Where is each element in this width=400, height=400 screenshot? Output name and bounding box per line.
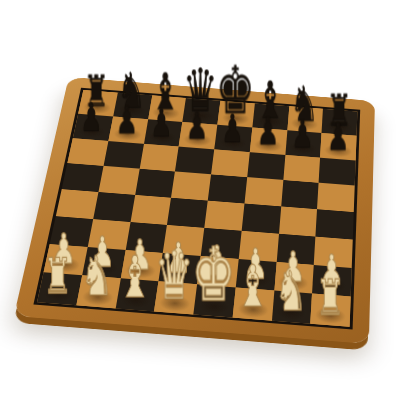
square-c6[interactable] [139, 144, 179, 172]
square-e6[interactable] [211, 149, 250, 177]
piece-black-pawn[interactable]: ♟ [80, 98, 103, 136]
square-a5[interactable] [62, 163, 104, 192]
square-c4[interactable] [130, 195, 171, 225]
square-a4[interactable] [56, 189, 98, 219]
square-f7[interactable]: ♟ [250, 127, 287, 154]
chess-set-photo: ♜♞♝♛♚♝♞♜♟♟♟♟♟♟♟♟♟♟♟♟♟♟♟♟♜♞♝♛♚♝♞♜ [0, 0, 400, 400]
piece-white-rook[interactable]: ♜ [43, 251, 72, 300]
square-e7[interactable]: ♟ [214, 125, 252, 152]
square-g4[interactable] [279, 206, 318, 236]
square-b5[interactable] [98, 166, 139, 195]
square-e5[interactable] [208, 174, 247, 203]
square-b6[interactable] [103, 141, 143, 169]
square-b1[interactable]: ♞ [76, 276, 120, 309]
square-g5[interactable] [281, 180, 319, 209]
piece-white-rook[interactable]: ♜ [316, 273, 345, 322]
square-h4[interactable] [316, 209, 354, 239]
piece-black-pawn[interactable]: ♟ [221, 109, 244, 147]
square-f6[interactable] [247, 152, 285, 180]
piece-white-knight[interactable]: ♞ [80, 248, 112, 303]
square-d4[interactable] [167, 198, 208, 228]
square-f4[interactable] [241, 203, 280, 233]
square-d6[interactable] [175, 146, 214, 174]
square-h7[interactable]: ♟ [320, 133, 356, 160]
piece-white-king[interactable]: ♚ [191, 237, 235, 312]
piece-white-bishop[interactable]: ♝ [235, 258, 269, 315]
square-h5[interactable] [317, 183, 354, 212]
piece-black-pawn[interactable]: ♟ [256, 112, 279, 150]
square-a6[interactable] [67, 138, 108, 166]
square-h1[interactable]: ♜ [311, 294, 351, 327]
piece-black-pawn[interactable]: ♟ [186, 106, 209, 144]
piece-white-queen[interactable]: ♛ [155, 243, 194, 309]
piece-black-pawn[interactable]: ♟ [115, 100, 138, 138]
square-g7[interactable]: ♟ [285, 130, 322, 157]
square-e4[interactable] [204, 201, 244, 231]
square-a7[interactable]: ♟ [73, 114, 113, 141]
chess-board-frame: ♜♞♝♛♚♝♞♜♟♟♟♟♟♟♟♟♟♟♟♟♟♟♟♟♜♞♝♛♚♝♞♜ [14, 77, 375, 344]
square-h6[interactable] [319, 157, 356, 185]
square-a1[interactable]: ♜ [37, 272, 82, 305]
piece-black-pawn[interactable]: ♟ [150, 103, 173, 141]
square-b7[interactable]: ♟ [108, 116, 148, 143]
square-c1[interactable]: ♝ [115, 279, 159, 312]
chess-board: ♜♞♝♛♚♝♞♜♟♟♟♟♟♟♟♟♟♟♟♟♟♟♟♟♜♞♝♛♚♝♞♜ [33, 88, 360, 330]
piece-black-pawn[interactable]: ♟ [291, 114, 314, 152]
piece-white-bishop[interactable]: ♝ [119, 249, 153, 306]
piece-black-pawn[interactable]: ♟ [327, 117, 350, 155]
piece-white-knight[interactable]: ♞ [275, 263, 307, 318]
square-d5[interactable] [171, 172, 211, 201]
square-e1[interactable]: ♚ [193, 285, 235, 318]
square-f1[interactable]: ♝ [232, 288, 274, 321]
perspective-scene: ♜♞♝♛♚♝♞♜♟♟♟♟♟♟♟♟♟♟♟♟♟♟♟♟♜♞♝♛♚♝♞♜ [1, 13, 400, 388]
square-g6[interactable] [283, 155, 320, 183]
square-c5[interactable] [135, 169, 175, 198]
board-tilt-wrapper: ♜♞♝♛♚♝♞♜♟♟♟♟♟♟♟♟♟♟♟♟♟♟♟♟♜♞♝♛♚♝♞♜ [0, 0, 400, 400]
square-c7[interactable]: ♟ [144, 119, 183, 146]
square-b4[interactable] [93, 192, 135, 222]
square-f5[interactable] [244, 177, 283, 206]
square-d7[interactable]: ♟ [179, 122, 217, 149]
square-g1[interactable]: ♞ [271, 291, 312, 324]
